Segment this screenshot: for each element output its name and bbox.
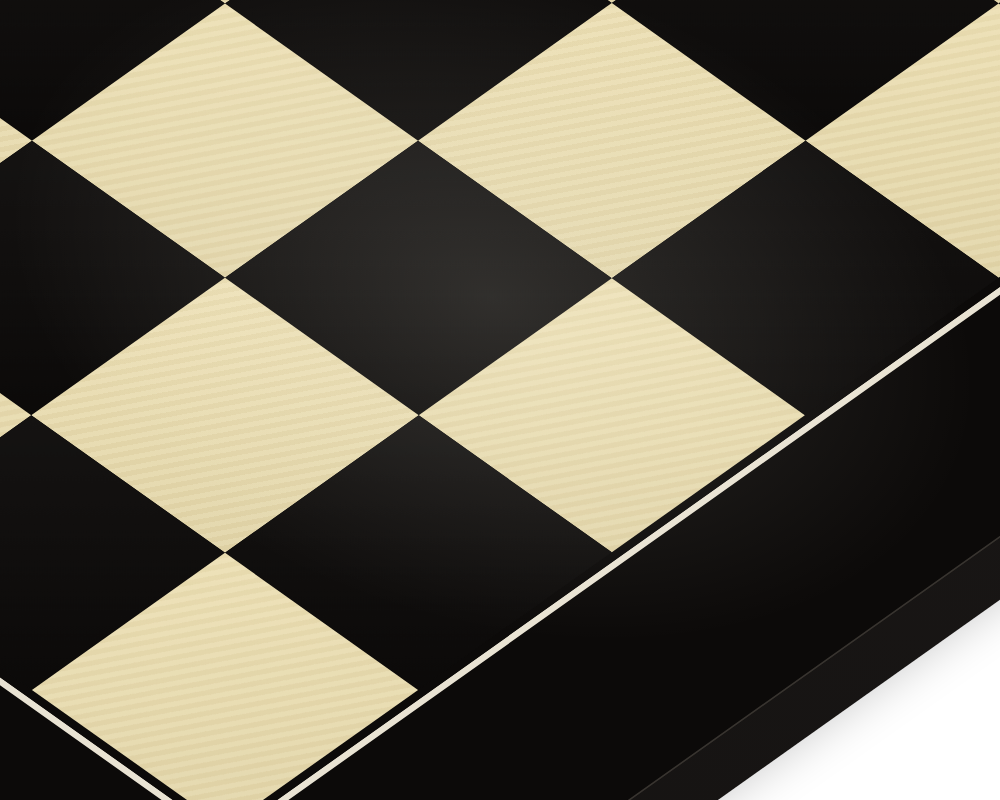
board-photo-scene: [0, 0, 1000, 800]
